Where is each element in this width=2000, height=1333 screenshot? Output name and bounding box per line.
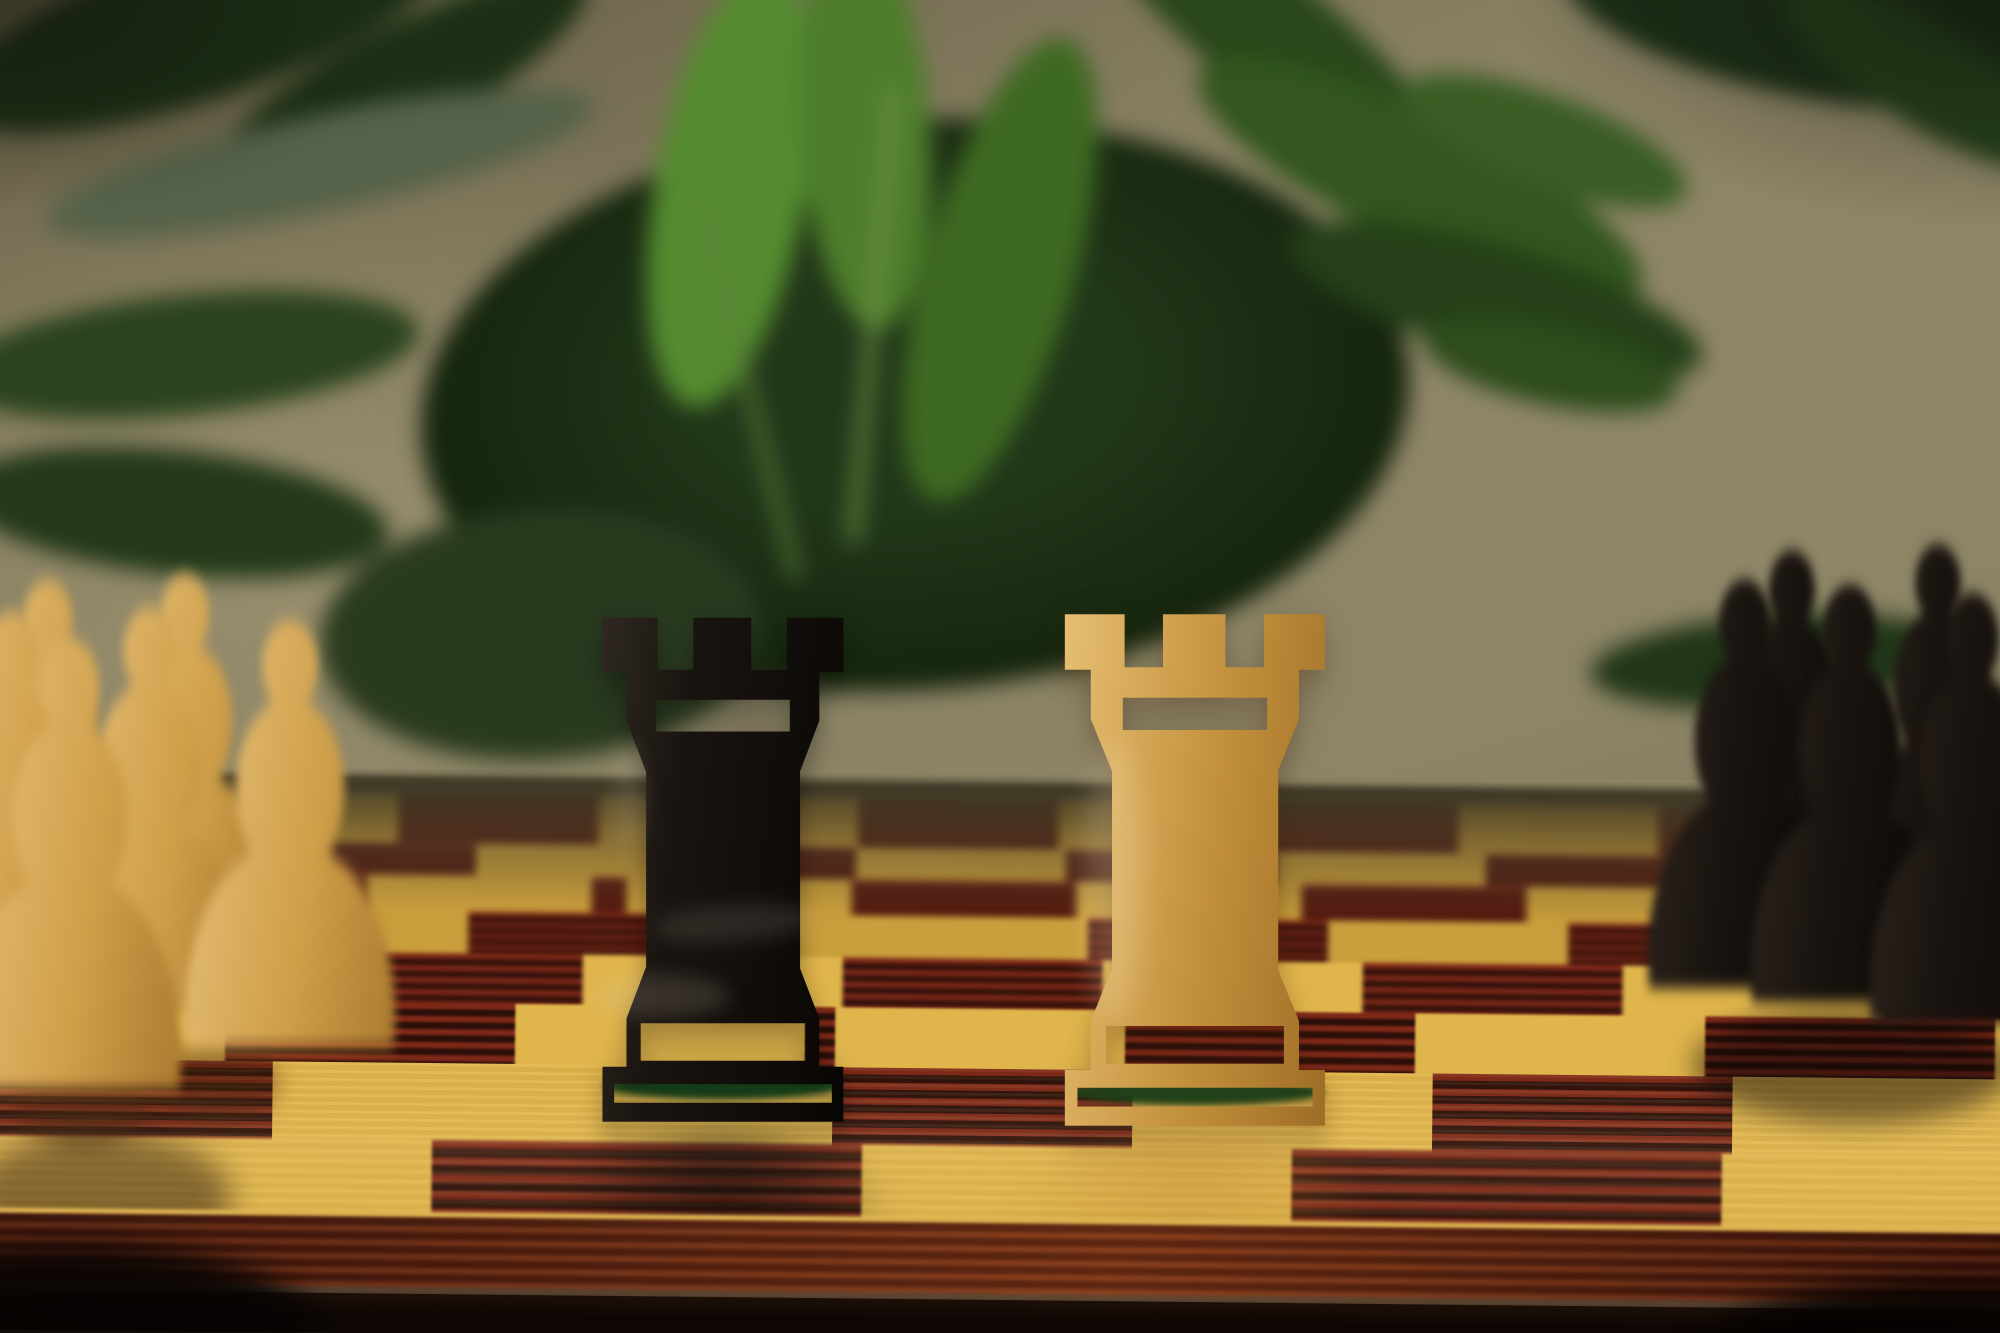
white-pawn: ♟ (133, 552, 448, 1137)
black-pawn: ♟ (1819, 525, 2000, 1113)
black-rook: ♜ (531, 538, 915, 1228)
photo-scene: ♜ ♜ ♟ ♟ ♟ ♟ ♟ ♟ ♟ ♟ ♟ ♟ ♟ (0, 0, 2000, 1333)
white-rook: ♜ (988, 533, 1402, 1233)
